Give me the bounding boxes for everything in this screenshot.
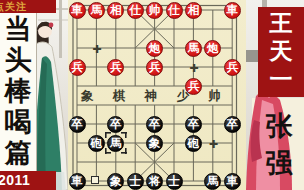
char: 王 (258, 10, 304, 38)
char: 神 (145, 88, 158, 102)
piece-black-卒[interactable]: 卒 (69, 116, 86, 133)
char: 张 (255, 108, 303, 145)
piece-red-兵[interactable]: 兵 (146, 59, 163, 76)
piece-black-馬[interactable]: 馬 (107, 135, 124, 152)
char: 当 (0, 14, 36, 45)
marker-point-cross: ✚ (207, 138, 219, 150)
piece-black-象[interactable]: 象 (146, 135, 163, 152)
piece-black-卒[interactable]: 卒 (107, 116, 124, 133)
piece-black-卒[interactable]: 卒 (185, 116, 202, 133)
follow-banner-text: 点关注 (0, 0, 27, 13)
piece-red-相[interactable]: 相 (107, 2, 124, 19)
xiangqi-board: 象棋神少帅 ✚✚✚車馬相仕帅仕相車炮馬炮兵兵兵兵兵卒卒卒卒卒砲馬象砲車象士将士馬… (68, 0, 246, 190)
piece-red-兵[interactable]: 兵 (224, 59, 241, 76)
player-black-name: 张强 (255, 108, 303, 188)
char: 篇 (0, 138, 36, 169)
piece-red-炮[interactable]: 炮 (204, 40, 221, 57)
char: 棋 (113, 88, 126, 102)
piece-black-士[interactable]: 士 (127, 173, 144, 190)
piece-black-卒[interactable]: 卒 (224, 116, 241, 133)
piece-black-馬[interactable]: 馬 (204, 173, 221, 190)
video-thumbnail: 当头棒喝篇 点关注 2011 象棋神少帅 ✚✚✚車馬相仕帅仕相車炮馬炮兵兵兵兵兵… (0, 0, 304, 190)
piece-black-砲[interactable]: 砲 (185, 135, 202, 152)
char: 喝 (0, 107, 36, 138)
char: 棒 (0, 76, 36, 107)
piece-red-馬[interactable]: 馬 (185, 40, 202, 57)
piece-red-車[interactable]: 車 (224, 2, 241, 19)
piece-black-将[interactable]: 将 (146, 173, 163, 190)
char: 头 (0, 45, 36, 76)
piece-red-炮[interactable]: 炮 (146, 40, 163, 57)
follow-banner: 点关注 (0, 0, 56, 13)
video-title: 当头棒喝篇 (0, 13, 37, 171)
char: 一 (258, 66, 304, 94)
piece-black-砲[interactable]: 砲 (88, 135, 105, 152)
piece-black-士[interactable]: 士 (166, 173, 183, 190)
marker-move-from-square (91, 176, 99, 184)
piece-red-仕[interactable]: 仕 (166, 2, 183, 19)
piece-black-象[interactable]: 象 (107, 173, 124, 190)
char: 强 (255, 145, 303, 182)
piece-black-車[interactable]: 車 (224, 173, 241, 190)
left-panel: 当头棒喝篇 点关注 2011 (0, 0, 68, 190)
char: 帅 (209, 88, 222, 102)
piece-red-仕[interactable]: 仕 (127, 2, 144, 19)
marker-point-cross: ✚ (188, 62, 200, 74)
piece-red-馬[interactable]: 馬 (88, 2, 105, 19)
piece-red-車[interactable]: 車 (69, 2, 86, 19)
piece-red-兵[interactable]: 兵 (185, 78, 202, 95)
year-banner-text: 2011 (0, 171, 30, 190)
char: 天 (258, 38, 304, 66)
char: 象 (81, 88, 94, 102)
piece-red-相[interactable]: 相 (185, 2, 202, 19)
piece-black-車[interactable]: 車 (69, 173, 86, 190)
piece-red-兵[interactable]: 兵 (107, 59, 124, 76)
piece-red-兵[interactable]: 兵 (69, 59, 86, 76)
marker-point-cross: ✚ (91, 43, 103, 55)
year-banner: 2011 (0, 171, 56, 190)
player-red-name: 王天一 (258, 7, 304, 97)
piece-red-帅[interactable]: 帅 (146, 2, 163, 19)
right-panel: 王天一 张强 (246, 0, 304, 190)
piece-black-卒[interactable]: 卒 (146, 116, 163, 133)
